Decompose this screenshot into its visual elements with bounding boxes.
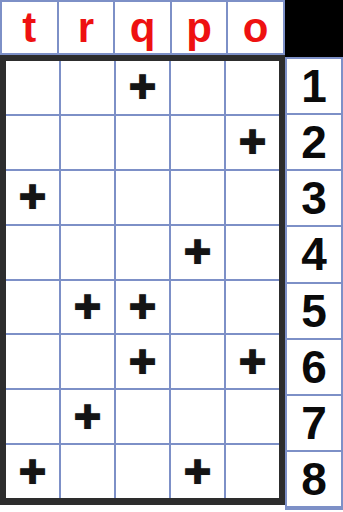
cell-q3[interactable] <box>116 171 169 224</box>
cell-q1[interactable]: ✚ <box>116 61 169 114</box>
row-label-8: 8 <box>287 452 341 506</box>
row-labels: 12345678 <box>285 57 343 510</box>
cell-p1[interactable] <box>171 61 224 114</box>
cell-q2[interactable] <box>116 116 169 169</box>
cell-t8[interactable]: ✚ <box>6 445 59 498</box>
cell-r7[interactable]: ✚ <box>61 390 114 443</box>
header-cell-r: r <box>59 2 114 53</box>
cell-r1[interactable] <box>61 61 114 114</box>
cell-r6[interactable] <box>61 335 114 388</box>
cell-t5[interactable] <box>6 281 59 334</box>
cell-p8[interactable]: ✚ <box>171 445 224 498</box>
header-cell-o: o <box>228 2 283 53</box>
cell-q8[interactable] <box>116 445 169 498</box>
cell-p7[interactable] <box>171 390 224 443</box>
row-label-5: 5 <box>287 284 341 338</box>
cell-r4[interactable] <box>61 226 114 279</box>
cell-t1[interactable] <box>6 61 59 114</box>
cell-o7[interactable] <box>226 390 279 443</box>
cell-r3[interactable] <box>61 171 114 224</box>
cell-t7[interactable] <box>6 390 59 443</box>
cell-o5[interactable] <box>226 281 279 334</box>
cell-o8[interactable] <box>226 445 279 498</box>
row-label-2: 2 <box>287 115 341 169</box>
corner-block <box>285 0 343 57</box>
cell-p4[interactable]: ✚ <box>171 226 224 279</box>
header-cell-p: p <box>172 2 227 53</box>
cell-t2[interactable] <box>6 116 59 169</box>
cell-t4[interactable] <box>6 226 59 279</box>
row-label-1: 1 <box>287 59 341 113</box>
cell-r8[interactable] <box>61 445 114 498</box>
cell-o4[interactable] <box>226 226 279 279</box>
puzzle-grid-frame: ✚✚✚✚✚✚✚✚✚✚✚ <box>0 55 285 505</box>
cell-o6[interactable]: ✚ <box>226 335 279 388</box>
cell-p6[interactable] <box>171 335 224 388</box>
cell-r5[interactable]: ✚ <box>61 281 114 334</box>
cell-t3[interactable]: ✚ <box>6 171 59 224</box>
puzzle-board: trqpo ✚✚✚✚✚✚✚✚✚✚✚ 12345678 <box>0 0 343 512</box>
cell-q7[interactable] <box>116 390 169 443</box>
cell-p5[interactable] <box>171 281 224 334</box>
cell-r2[interactable] <box>61 116 114 169</box>
cell-q4[interactable] <box>116 226 169 279</box>
cell-q5[interactable]: ✚ <box>116 281 169 334</box>
cell-o2[interactable]: ✚ <box>226 116 279 169</box>
cell-p2[interactable] <box>171 116 224 169</box>
puzzle-grid: ✚✚✚✚✚✚✚✚✚✚✚ <box>6 61 279 498</box>
cell-o3[interactable] <box>226 171 279 224</box>
cell-t6[interactable] <box>6 335 59 388</box>
cell-q6[interactable]: ✚ <box>116 335 169 388</box>
row-label-7: 7 <box>287 396 341 450</box>
header-cell-t: t <box>2 2 57 53</box>
cell-p3[interactable] <box>171 171 224 224</box>
cell-o1[interactable] <box>226 61 279 114</box>
row-label-6: 6 <box>287 340 341 394</box>
row-label-4: 4 <box>287 227 341 281</box>
header-cell-q: q <box>115 2 170 53</box>
column-headers: trqpo <box>0 0 285 55</box>
row-label-3: 3 <box>287 171 341 225</box>
